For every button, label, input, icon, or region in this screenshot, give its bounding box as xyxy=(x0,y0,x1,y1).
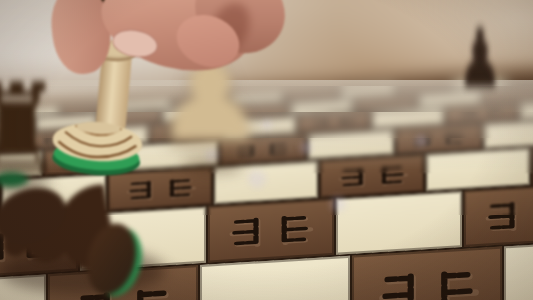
player-hand xyxy=(0,0,533,300)
chess-photo-frame: ♟ ♟ ♜ ♟ xyxy=(0,0,533,300)
